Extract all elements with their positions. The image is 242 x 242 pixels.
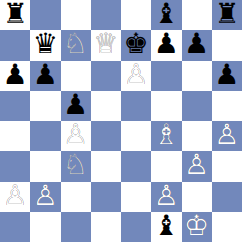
square-h3[interactable] — [212, 151, 242, 181]
square-c7[interactable]: ♘ — [61, 30, 91, 60]
square-g7[interactable]: ♟ — [182, 30, 212, 60]
white-knight-piece[interactable]: ♘ — [63, 30, 88, 58]
white-bishop-piece[interactable]: ♗ — [154, 121, 179, 149]
square-f3[interactable] — [151, 151, 181, 181]
square-g2[interactable] — [182, 182, 212, 212]
black-rook-piece[interactable]: ♜ — [214, 0, 239, 28]
square-c5[interactable]: ♟ — [61, 91, 91, 121]
square-e2[interactable] — [121, 182, 151, 212]
black-pawn-piece[interactable]: ♟ — [33, 61, 58, 89]
square-b4[interactable] — [30, 121, 60, 151]
square-e1[interactable] — [121, 212, 151, 242]
square-a3[interactable] — [0, 151, 30, 181]
chess-board: ♜♝♜♛♘♕♚♟♟♟♟♙♟♟♙♗♙♘♙♙♙♙♝♔ — [0, 0, 242, 242]
black-rook-piece[interactable]: ♜ — [3, 0, 28, 28]
square-b3[interactable] — [30, 151, 60, 181]
square-c6[interactable] — [61, 61, 91, 91]
square-h1[interactable] — [212, 212, 242, 242]
white-pawn-piece[interactable]: ♙ — [3, 182, 28, 210]
black-bishop-piece[interactable]: ♝ — [154, 212, 179, 240]
black-pawn-piece[interactable]: ♟ — [214, 61, 239, 89]
square-g6[interactable] — [182, 61, 212, 91]
white-queen-piece[interactable]: ♕ — [93, 30, 118, 58]
black-pawn-piece[interactable]: ♟ — [154, 30, 179, 58]
white-king-piece[interactable]: ♔ — [184, 212, 209, 240]
square-c4[interactable]: ♙ — [61, 121, 91, 151]
square-b5[interactable] — [30, 91, 60, 121]
square-g5[interactable] — [182, 91, 212, 121]
square-h4[interactable]: ♙ — [212, 121, 242, 151]
square-h2[interactable] — [212, 182, 242, 212]
square-d7[interactable]: ♕ — [91, 30, 121, 60]
white-pawn-piece[interactable]: ♙ — [124, 61, 149, 89]
black-king-piece[interactable]: ♚ — [124, 30, 149, 58]
square-f1[interactable]: ♝ — [151, 212, 181, 242]
square-d8[interactable] — [91, 0, 121, 30]
square-d4[interactable] — [91, 121, 121, 151]
square-e5[interactable] — [121, 91, 151, 121]
square-a1[interactable] — [0, 212, 30, 242]
square-a5[interactable] — [0, 91, 30, 121]
square-a6[interactable]: ♟ — [0, 61, 30, 91]
square-b2[interactable]: ♙ — [30, 182, 60, 212]
square-g4[interactable] — [182, 121, 212, 151]
square-h5[interactable] — [212, 91, 242, 121]
square-c1[interactable] — [61, 212, 91, 242]
square-h7[interactable] — [212, 30, 242, 60]
square-c3[interactable]: ♘ — [61, 151, 91, 181]
square-b1[interactable] — [30, 212, 60, 242]
black-pawn-piece[interactable]: ♟ — [63, 91, 88, 119]
black-queen-piece[interactable]: ♛ — [33, 30, 58, 58]
white-pawn-piece[interactable]: ♙ — [214, 121, 239, 149]
black-pawn-piece[interactable]: ♟ — [3, 61, 28, 89]
square-g3[interactable]: ♙ — [182, 151, 212, 181]
square-g1[interactable]: ♔ — [182, 212, 212, 242]
square-f5[interactable] — [151, 91, 181, 121]
square-e6[interactable]: ♙ — [121, 61, 151, 91]
white-pawn-piece[interactable]: ♙ — [154, 182, 179, 210]
square-e8[interactable] — [121, 0, 151, 30]
white-knight-piece[interactable]: ♘ — [63, 151, 88, 179]
square-b7[interactable]: ♛ — [30, 30, 60, 60]
square-f6[interactable] — [151, 61, 181, 91]
square-d2[interactable] — [91, 182, 121, 212]
square-h8[interactable]: ♜ — [212, 0, 242, 30]
square-e3[interactable] — [121, 151, 151, 181]
square-a7[interactable] — [0, 30, 30, 60]
square-h6[interactable]: ♟ — [212, 61, 242, 91]
white-pawn-piece[interactable]: ♙ — [63, 121, 88, 149]
square-c8[interactable] — [61, 0, 91, 30]
square-b6[interactable]: ♟ — [30, 61, 60, 91]
square-f8[interactable]: ♝ — [151, 0, 181, 30]
square-a2[interactable]: ♙ — [0, 182, 30, 212]
white-pawn-piece[interactable]: ♙ — [33, 182, 58, 210]
square-f2[interactable]: ♙ — [151, 182, 181, 212]
square-d1[interactable] — [91, 212, 121, 242]
square-e4[interactable] — [121, 121, 151, 151]
square-c2[interactable] — [61, 182, 91, 212]
black-bishop-piece[interactable]: ♝ — [154, 0, 179, 28]
square-e7[interactable]: ♚ — [121, 30, 151, 60]
square-f7[interactable]: ♟ — [151, 30, 181, 60]
square-d3[interactable] — [91, 151, 121, 181]
square-d6[interactable] — [91, 61, 121, 91]
square-g8[interactable] — [182, 0, 212, 30]
square-f4[interactable]: ♗ — [151, 121, 181, 151]
square-a4[interactable] — [0, 121, 30, 151]
black-pawn-piece[interactable]: ♟ — [184, 30, 209, 58]
square-a8[interactable]: ♜ — [0, 0, 30, 30]
square-b8[interactable] — [30, 0, 60, 30]
square-d5[interactable] — [91, 91, 121, 121]
white-pawn-piece[interactable]: ♙ — [184, 151, 209, 179]
